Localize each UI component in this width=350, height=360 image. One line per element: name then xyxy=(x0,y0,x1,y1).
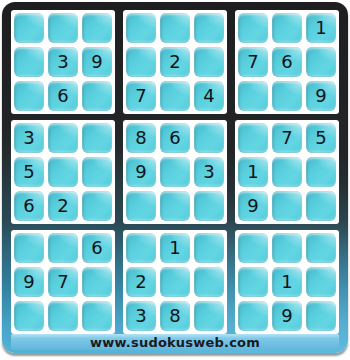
site-credit-bar: www.sudokusweb.com xyxy=(11,334,339,350)
cell-r4c8[interactable]: 7 xyxy=(272,123,302,153)
cell-r2c4[interactable] xyxy=(126,47,156,77)
site-url: www.sudokusweb.com xyxy=(90,335,260,350)
cell-r4c6[interactable] xyxy=(194,123,224,153)
cell-r9c7[interactable] xyxy=(238,301,268,331)
cell-r4c3[interactable] xyxy=(82,123,112,153)
cell-r4c2[interactable] xyxy=(48,123,78,153)
cell-r9c9[interactable] xyxy=(306,301,336,331)
box-2-2: 8693 xyxy=(123,120,227,224)
box-2-1: 3562 xyxy=(11,120,115,224)
cell-r5c3[interactable] xyxy=(82,157,112,187)
box-1-3: 1769 xyxy=(235,10,339,114)
cell-r5c8[interactable] xyxy=(272,157,302,187)
cell-r5c4[interactable]: 9 xyxy=(126,157,156,187)
cell-r1c2[interactable] xyxy=(48,13,78,43)
box-3-1: 697 xyxy=(11,230,115,334)
cell-r3c5[interactable] xyxy=(160,81,190,111)
cell-r8c5[interactable] xyxy=(160,267,190,297)
sudoku-board: 3962741769356286937519697123819 www.sudo… xyxy=(2,2,348,353)
cell-r6c2[interactable]: 2 xyxy=(48,191,78,221)
cell-r3c4[interactable]: 7 xyxy=(126,81,156,111)
cell-r3c8[interactable] xyxy=(272,81,302,111)
cell-r5c6[interactable]: 3 xyxy=(194,157,224,187)
cell-r7c5[interactable]: 1 xyxy=(160,233,190,263)
cell-r2c7[interactable]: 7 xyxy=(238,47,268,77)
sudoku-grid: 3962741769356286937519697123819 xyxy=(11,10,339,334)
cell-r6c4[interactable] xyxy=(126,191,156,221)
cell-r4c1[interactable]: 3 xyxy=(14,123,44,153)
cell-r2c1[interactable] xyxy=(14,47,44,77)
cell-r9c3[interactable] xyxy=(82,301,112,331)
cell-r6c5[interactable] xyxy=(160,191,190,221)
cell-r1c5[interactable] xyxy=(160,13,190,43)
cell-r2c5[interactable]: 2 xyxy=(160,47,190,77)
cell-r2c6[interactable] xyxy=(194,47,224,77)
cell-r9c1[interactable] xyxy=(14,301,44,331)
cell-r2c2[interactable]: 3 xyxy=(48,47,78,77)
cell-r7c3[interactable]: 6 xyxy=(82,233,112,263)
cell-r4c9[interactable]: 5 xyxy=(306,123,336,153)
box-1-2: 274 xyxy=(123,10,227,114)
cell-r9c6[interactable] xyxy=(194,301,224,331)
cell-r7c1[interactable] xyxy=(14,233,44,263)
box-3-3: 19 xyxy=(235,230,339,334)
cell-r8c9[interactable] xyxy=(306,267,336,297)
cell-r6c1[interactable]: 6 xyxy=(14,191,44,221)
cell-r4c5[interactable]: 6 xyxy=(160,123,190,153)
box-2-3: 7519 xyxy=(235,120,339,224)
cell-r1c4[interactable] xyxy=(126,13,156,43)
cell-r2c8[interactable]: 6 xyxy=(272,47,302,77)
cell-r1c8[interactable] xyxy=(272,13,302,43)
cell-r6c9[interactable] xyxy=(306,191,336,221)
cell-r2c9[interactable] xyxy=(306,47,336,77)
cell-r6c6[interactable] xyxy=(194,191,224,221)
cell-r3c7[interactable] xyxy=(238,81,268,111)
cell-r2c3[interactable]: 9 xyxy=(82,47,112,77)
cell-r9c5[interactable]: 8 xyxy=(160,301,190,331)
cell-r3c9[interactable]: 9 xyxy=(306,81,336,111)
cell-r1c9[interactable]: 1 xyxy=(306,13,336,43)
cell-r7c4[interactable] xyxy=(126,233,156,263)
cell-r3c2[interactable]: 6 xyxy=(48,81,78,111)
cell-r5c9[interactable] xyxy=(306,157,336,187)
cell-r5c1[interactable]: 5 xyxy=(14,157,44,187)
cell-r8c6[interactable] xyxy=(194,267,224,297)
cell-r7c7[interactable] xyxy=(238,233,268,263)
cell-r7c8[interactable] xyxy=(272,233,302,263)
box-3-2: 1238 xyxy=(123,230,227,334)
cell-r1c3[interactable] xyxy=(82,13,112,43)
cell-r8c2[interactable]: 7 xyxy=(48,267,78,297)
cell-r5c2[interactable] xyxy=(48,157,78,187)
cell-r3c6[interactable]: 4 xyxy=(194,81,224,111)
cell-r5c7[interactable]: 1 xyxy=(238,157,268,187)
cell-r3c3[interactable] xyxy=(82,81,112,111)
cell-r6c8[interactable] xyxy=(272,191,302,221)
cell-r8c8[interactable]: 1 xyxy=(272,267,302,297)
cell-r6c3[interactable] xyxy=(82,191,112,221)
cell-r7c9[interactable] xyxy=(306,233,336,263)
cell-r7c2[interactable] xyxy=(48,233,78,263)
cell-r1c1[interactable] xyxy=(14,13,44,43)
cell-r3c1[interactable] xyxy=(14,81,44,111)
cell-r6c7[interactable]: 9 xyxy=(238,191,268,221)
cell-r5c5[interactable] xyxy=(160,157,190,187)
cell-r4c7[interactable] xyxy=(238,123,268,153)
cell-r1c6[interactable] xyxy=(194,13,224,43)
box-1-1: 396 xyxy=(11,10,115,114)
cell-r8c4[interactable]: 2 xyxy=(126,267,156,297)
cell-r9c4[interactable]: 3 xyxy=(126,301,156,331)
cell-r7c6[interactable] xyxy=(194,233,224,263)
cell-r8c1[interactable]: 9 xyxy=(14,267,44,297)
cell-r1c7[interactable] xyxy=(238,13,268,43)
cell-r9c8[interactable]: 9 xyxy=(272,301,302,331)
cell-r8c7[interactable] xyxy=(238,267,268,297)
cell-r9c2[interactable] xyxy=(48,301,78,331)
cell-r8c3[interactable] xyxy=(82,267,112,297)
cell-r4c4[interactable]: 8 xyxy=(126,123,156,153)
